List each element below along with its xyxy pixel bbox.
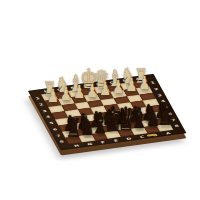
brand-sticker — [146, 134, 157, 137]
product-photo: HHGGFFEEDDCCBBAA1122334455667788 ♜♞♝♚♛♝♞… — [0, 0, 200, 200]
square-a8 — [157, 124, 174, 132]
